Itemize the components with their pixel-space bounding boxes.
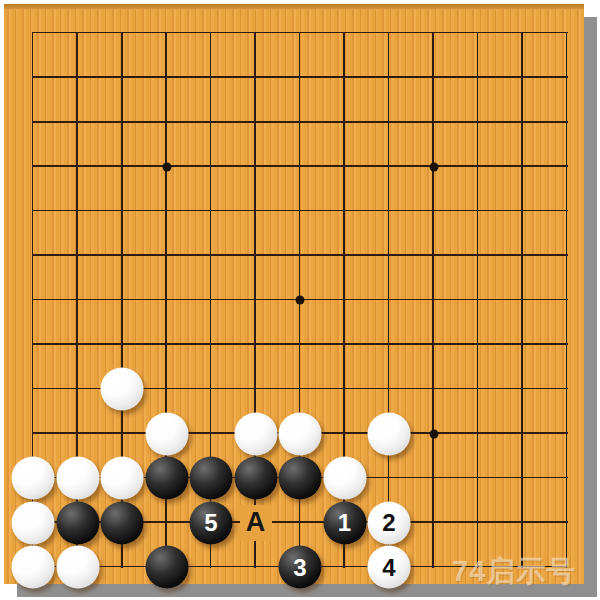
stone-white[interactable] <box>56 457 99 500</box>
stone-black[interactable] <box>145 546 188 589</box>
stone-white-move-2[interactable]: 2 <box>368 501 411 544</box>
stone-black-move-3[interactable]: 3 <box>279 546 322 589</box>
stone-white[interactable] <box>145 412 188 455</box>
stone-white[interactable] <box>12 501 55 544</box>
move-number-label: 2 <box>382 511 395 535</box>
watermark: 74启示号 <box>452 552 592 592</box>
stone-black[interactable] <box>145 457 188 500</box>
stone-white[interactable] <box>323 457 366 500</box>
stone-black[interactable] <box>56 501 99 544</box>
stone-black[interactable] <box>279 457 322 500</box>
star-point <box>296 296 305 305</box>
stone-black-move-5[interactable]: 5 <box>190 501 233 544</box>
move-number-label: 1 <box>338 511 351 535</box>
stone-white[interactable] <box>101 457 144 500</box>
stone-black[interactable] <box>234 457 277 500</box>
point-label-A[interactable]: A <box>240 505 272 541</box>
star-point <box>429 162 438 171</box>
star-point <box>162 162 171 171</box>
stone-white[interactable] <box>56 546 99 589</box>
move-number-label: 4 <box>382 555 395 579</box>
stone-white[interactable] <box>279 412 322 455</box>
stone-white[interactable] <box>12 546 55 589</box>
stone-white[interactable] <box>12 457 55 500</box>
stone-white[interactable] <box>234 412 277 455</box>
star-point <box>429 429 438 438</box>
board-top-bevel <box>4 4 584 9</box>
stone-black[interactable] <box>101 501 144 544</box>
stone-black[interactable] <box>190 457 233 500</box>
go-board[interactable]: 74启示号 51234A <box>4 4 584 584</box>
stone-white[interactable] <box>368 412 411 455</box>
stone-white[interactable] <box>101 368 144 411</box>
move-number-label: 5 <box>204 511 217 535</box>
stone-black-move-1[interactable]: 1 <box>323 501 366 544</box>
stone-white-move-4[interactable]: 4 <box>368 546 411 589</box>
page: 74启示号 51234A <box>0 0 600 600</box>
move-number-label: 3 <box>293 555 306 579</box>
